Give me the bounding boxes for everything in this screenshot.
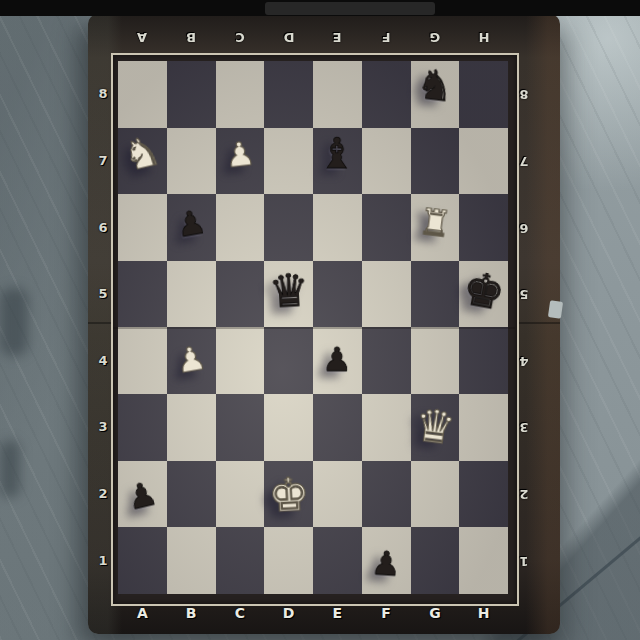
square-d5 bbox=[264, 261, 313, 328]
square-b7 bbox=[167, 128, 216, 195]
camera-top-bar bbox=[0, 0, 640, 16]
rank-label-right-8: 8 bbox=[514, 85, 534, 103]
chess-board bbox=[118, 61, 508, 594]
rank-label-left-2: 2 bbox=[93, 485, 113, 503]
square-e1 bbox=[313, 527, 362, 594]
square-g2 bbox=[411, 461, 460, 528]
square-e5 bbox=[313, 261, 362, 328]
file-label-bottom-e: E bbox=[327, 604, 347, 622]
square-g5 bbox=[411, 261, 460, 328]
rank-label-left-6: 6 bbox=[93, 219, 113, 237]
square-c2 bbox=[216, 461, 265, 528]
file-label-top-e: E bbox=[327, 28, 347, 46]
file-label-bottom-g: G bbox=[425, 604, 445, 622]
square-c3 bbox=[216, 394, 265, 461]
square-c7 bbox=[216, 128, 265, 195]
square-a3 bbox=[118, 394, 167, 461]
square-b5 bbox=[167, 261, 216, 328]
square-d8 bbox=[264, 61, 313, 128]
file-label-bottom-d: D bbox=[279, 604, 299, 622]
square-h8 bbox=[459, 61, 508, 128]
file-label-bottom-a: A bbox=[132, 604, 152, 622]
square-g1 bbox=[411, 527, 460, 594]
square-f6 bbox=[362, 194, 411, 261]
square-g6 bbox=[411, 194, 460, 261]
square-a8 bbox=[118, 61, 167, 128]
square-b1 bbox=[167, 527, 216, 594]
square-a6 bbox=[118, 194, 167, 261]
rank-label-left-8: 8 bbox=[93, 85, 113, 103]
square-c8 bbox=[216, 61, 265, 128]
square-a2 bbox=[118, 461, 167, 528]
rank-label-right-4: 4 bbox=[514, 352, 534, 370]
file-label-top-f: F bbox=[376, 28, 396, 46]
square-e2 bbox=[313, 461, 362, 528]
square-f1 bbox=[362, 527, 411, 594]
square-f2 bbox=[362, 461, 411, 528]
rank-label-right-6: 6 bbox=[514, 219, 534, 237]
square-h5 bbox=[459, 261, 508, 328]
square-d3 bbox=[264, 394, 313, 461]
square-a4 bbox=[118, 327, 167, 394]
square-a5 bbox=[118, 261, 167, 328]
square-f3 bbox=[362, 394, 411, 461]
square-f8 bbox=[362, 61, 411, 128]
board-hinge-clasp bbox=[548, 300, 563, 319]
square-g7 bbox=[411, 128, 460, 195]
file-label-bottom-h: H bbox=[474, 604, 494, 622]
square-b2 bbox=[167, 461, 216, 528]
square-h6 bbox=[459, 194, 508, 261]
floor-smudge bbox=[0, 288, 28, 356]
square-b6 bbox=[167, 194, 216, 261]
square-g4 bbox=[411, 327, 460, 394]
square-e6 bbox=[313, 194, 362, 261]
square-d2 bbox=[264, 461, 313, 528]
rank-label-right-5: 5 bbox=[514, 285, 534, 303]
rank-label-left-1: 1 bbox=[93, 552, 113, 570]
square-c4 bbox=[216, 327, 265, 394]
file-label-top-a: A bbox=[132, 28, 152, 46]
square-e4 bbox=[313, 327, 362, 394]
square-e3 bbox=[313, 394, 362, 461]
rank-label-right-7: 7 bbox=[514, 152, 534, 170]
square-b4 bbox=[167, 327, 216, 394]
square-d7 bbox=[264, 128, 313, 195]
file-label-top-c: C bbox=[230, 28, 250, 46]
file-label-top-d: D bbox=[279, 28, 299, 46]
square-f7 bbox=[362, 128, 411, 195]
file-label-top-b: B bbox=[181, 28, 201, 46]
square-h3 bbox=[459, 394, 508, 461]
square-g8 bbox=[411, 61, 460, 128]
square-a1 bbox=[118, 527, 167, 594]
file-label-bottom-c: C bbox=[230, 604, 250, 622]
square-d4 bbox=[264, 327, 313, 394]
square-g3 bbox=[411, 394, 460, 461]
square-e8 bbox=[313, 61, 362, 128]
square-a7 bbox=[118, 128, 167, 195]
square-c5 bbox=[216, 261, 265, 328]
rank-label-left-3: 3 bbox=[93, 418, 113, 436]
square-c6 bbox=[216, 194, 265, 261]
rank-label-right-2: 2 bbox=[514, 485, 534, 503]
rank-label-right-1: 1 bbox=[514, 552, 534, 570]
square-f4 bbox=[362, 327, 411, 394]
square-b3 bbox=[167, 394, 216, 461]
square-d1 bbox=[264, 527, 313, 594]
square-h2 bbox=[459, 461, 508, 528]
square-c1 bbox=[216, 527, 265, 594]
rank-label-right-3: 3 bbox=[514, 418, 534, 436]
square-h4 bbox=[459, 327, 508, 394]
square-b8 bbox=[167, 61, 216, 128]
file-label-bottom-b: B bbox=[181, 604, 201, 622]
square-e7 bbox=[313, 128, 362, 195]
square-h7 bbox=[459, 128, 508, 195]
rank-label-left-7: 7 bbox=[93, 152, 113, 170]
file-label-top-g: G bbox=[425, 28, 445, 46]
file-label-bottom-f: F bbox=[376, 604, 396, 622]
square-h1 bbox=[459, 527, 508, 594]
box-edge-notch bbox=[265, 2, 435, 15]
scene: { "game": "chess", "position": { "fen": … bbox=[0, 0, 640, 640]
file-label-top-h: H bbox=[474, 28, 494, 46]
square-d6 bbox=[264, 194, 313, 261]
square-f5 bbox=[362, 261, 411, 328]
rank-label-left-4: 4 bbox=[93, 352, 113, 370]
floor-smudge bbox=[0, 440, 20, 498]
rank-label-left-5: 5 bbox=[93, 285, 113, 303]
